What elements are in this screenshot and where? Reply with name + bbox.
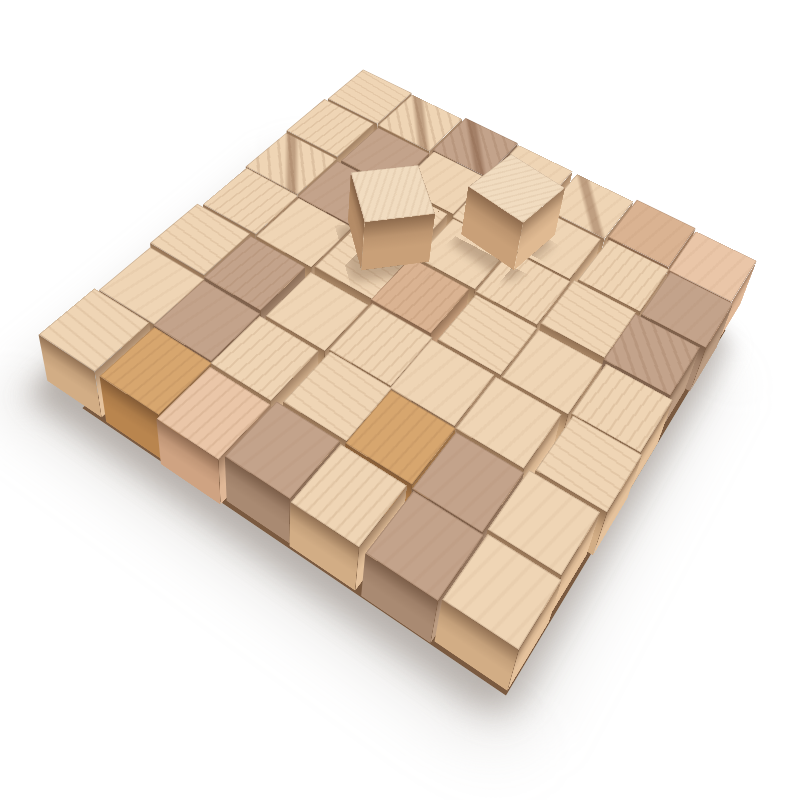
product-photo-stage	[0, 0, 800, 800]
loose-cube-face-front	[361, 214, 435, 271]
loose-wood-cube[interactable]	[347, 213, 428, 271]
perspective-scene	[0, 0, 800, 800]
cube-board	[46, 112, 744, 699]
photo-alignment-wrapper	[0, 0, 800, 800]
